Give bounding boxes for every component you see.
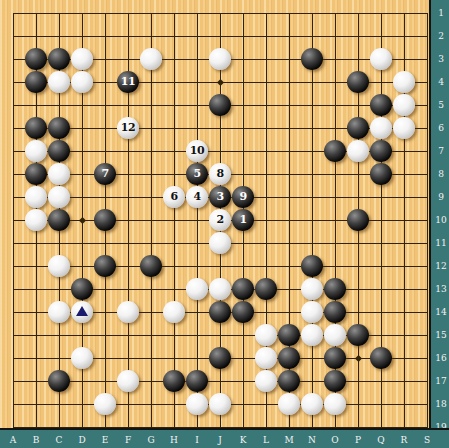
column-label-L: L [259,435,273,445]
white-stone-H9: 6 [163,186,185,208]
column-label-B: B [29,435,43,445]
black-stone-C7 [48,140,70,162]
white-stone-J8: 8 [209,163,231,185]
column-label-I: I [190,435,204,445]
white-stone-O18 [324,393,346,415]
move-number-label-I9: 4 [186,186,208,208]
column-label-E: E [98,435,112,445]
black-stone-M17 [278,370,300,392]
black-stone-K10: 1 [232,209,254,231]
black-stone-O14 [324,301,346,323]
column-label-M: M [282,435,296,445]
white-stone-F14 [117,301,139,323]
white-stone-L15 [255,324,277,346]
black-stone-P4 [347,71,369,93]
row-label-9: 9 [433,192,449,202]
grid-line-col-S [427,13,428,428]
row-label-8: 8 [433,169,449,179]
white-stone-Q3 [370,48,392,70]
row-label-11: 11 [433,238,449,248]
white-stone-G3 [140,48,162,70]
black-stone-B6 [25,117,47,139]
black-stone-Q16 [370,347,392,369]
white-stone-N14 [301,301,323,323]
white-stone-J11 [209,232,231,254]
black-stone-Q8 [370,163,392,185]
column-label-J: J [213,435,227,445]
white-stone-N13 [301,278,323,300]
white-stone-B10 [25,209,47,231]
white-stone-J10: 2 [209,209,231,231]
column-label-A: A [6,435,20,445]
move-number-label-J9: 3 [209,186,231,208]
black-stone-P10 [347,209,369,231]
row-label-14: 14 [433,307,449,317]
black-stone-P6 [347,117,369,139]
column-label-O: O [328,435,342,445]
black-stone-J16 [209,347,231,369]
row-label-15: 15 [433,330,449,340]
black-stone-M15 [278,324,300,346]
black-stone-O17 [324,370,346,392]
go-board-viewer: 111210758643921 123456789101112131415161… [0,0,449,448]
white-stone-D16 [71,347,93,369]
white-stone-I13 [186,278,208,300]
row-label-12: 12 [433,261,449,271]
row-label-13: 13 [433,284,449,294]
row-label-16: 16 [433,353,449,363]
black-stone-I17 [186,370,208,392]
column-label-C: C [52,435,66,445]
row-label-2: 2 [433,31,449,41]
column-label-K: K [236,435,250,445]
black-stone-E10 [94,209,116,231]
white-stone-J3 [209,48,231,70]
black-stone-C6 [48,117,70,139]
column-label-D: D [75,435,89,445]
white-stone-R6 [393,117,415,139]
black-stone-B3 [25,48,47,70]
black-stone-O7 [324,140,346,162]
column-label-R: R [397,435,411,445]
white-stone-B9 [25,186,47,208]
white-stone-L16 [255,347,277,369]
white-stone-C12 [48,255,70,277]
move-number-label-K9: 9 [232,186,254,208]
row-number-axis: 12345678910111213141516171819 [429,0,449,448]
move-number-label-K10: 1 [232,209,254,231]
row-label-10: 10 [433,215,449,225]
white-stone-Q6 [370,117,392,139]
go-board[interactable]: 111210758643921 [0,0,429,428]
black-stone-O16 [324,347,346,369]
move-number-label-E8: 7 [94,163,116,185]
star-point-J4 [217,79,224,86]
white-stone-D14 [71,301,93,323]
white-stone-R5 [393,94,415,116]
move-number-label-J8: 8 [209,163,231,185]
black-stone-L13 [255,278,277,300]
black-stone-D13 [71,278,93,300]
black-stone-K14 [232,301,254,323]
white-stone-C8 [48,163,70,185]
move-number-label-I7: 10 [186,140,208,162]
move-number-label-I8: 5 [186,163,208,185]
grid-line-row-12 [13,266,428,267]
black-stone-Q7 [370,140,392,162]
black-stone-F4: 11 [117,71,139,93]
grid-line-row-17 [13,381,428,382]
move-number-label-H9: 6 [163,186,185,208]
white-stone-P7 [347,140,369,162]
white-stone-D3 [71,48,93,70]
black-stone-H17 [163,370,185,392]
row-label-17: 17 [433,376,449,386]
black-stone-B4 [25,71,47,93]
white-stone-B7 [25,140,47,162]
row-label-1: 1 [433,8,449,18]
black-stone-C10 [48,209,70,231]
grid-line-col-N [312,13,313,428]
row-label-4: 4 [433,77,449,87]
white-stone-N18 [301,393,323,415]
star-point-P16 [355,355,362,362]
row-label-7: 7 [433,146,449,156]
black-stone-E12 [94,255,116,277]
row-label-3: 3 [433,54,449,64]
white-stone-I7: 10 [186,140,208,162]
column-label-G: G [144,435,158,445]
white-stone-C9 [48,186,70,208]
column-label-N: N [305,435,319,445]
black-stone-J14 [209,301,231,323]
white-stone-C4 [48,71,70,93]
white-stone-M18 [278,393,300,415]
black-stone-E8: 7 [94,163,116,185]
white-stone-H14 [163,301,185,323]
black-stone-N3 [301,48,323,70]
black-stone-G12 [140,255,162,277]
black-stone-C17 [48,370,70,392]
white-stone-J13 [209,278,231,300]
row-label-5: 5 [433,100,449,110]
column-label-P: P [351,435,365,445]
white-stone-I9: 4 [186,186,208,208]
row-label-6: 6 [433,123,449,133]
move-number-label-F6: 12 [117,117,139,139]
white-stone-C14 [48,301,70,323]
white-stone-L17 [255,370,277,392]
white-stone-O15 [324,324,346,346]
black-stone-K13 [232,278,254,300]
white-stone-F17 [117,370,139,392]
black-stone-I8: 5 [186,163,208,185]
black-stone-C3 [48,48,70,70]
black-stone-B8 [25,163,47,185]
move-number-label-F4: 11 [117,71,139,93]
white-stone-F6: 12 [117,117,139,139]
column-label-S: S [420,435,434,445]
row-label-18: 18 [433,399,449,409]
black-stone-K9: 9 [232,186,254,208]
white-stone-D4 [71,71,93,93]
move-number-label-J10: 2 [209,209,231,231]
black-stone-Q5 [370,94,392,116]
triangle-marker-icon [76,306,88,316]
black-stone-M16 [278,347,300,369]
black-stone-O13 [324,278,346,300]
white-stone-R4 [393,71,415,93]
column-label-F: F [121,435,135,445]
black-stone-N12 [301,255,323,277]
black-stone-J5 [209,94,231,116]
star-point-D10 [79,217,86,224]
column-label-H: H [167,435,181,445]
white-stone-E18 [94,393,116,415]
column-label-Q: Q [374,435,388,445]
black-stone-J9: 3 [209,186,231,208]
white-stone-J18 [209,393,231,415]
white-stone-N15 [301,324,323,346]
column-letter-axis: ABCDEFGHIJKLMNOPQRS [0,428,449,448]
white-stone-I18 [186,393,208,415]
black-stone-P15 [347,324,369,346]
